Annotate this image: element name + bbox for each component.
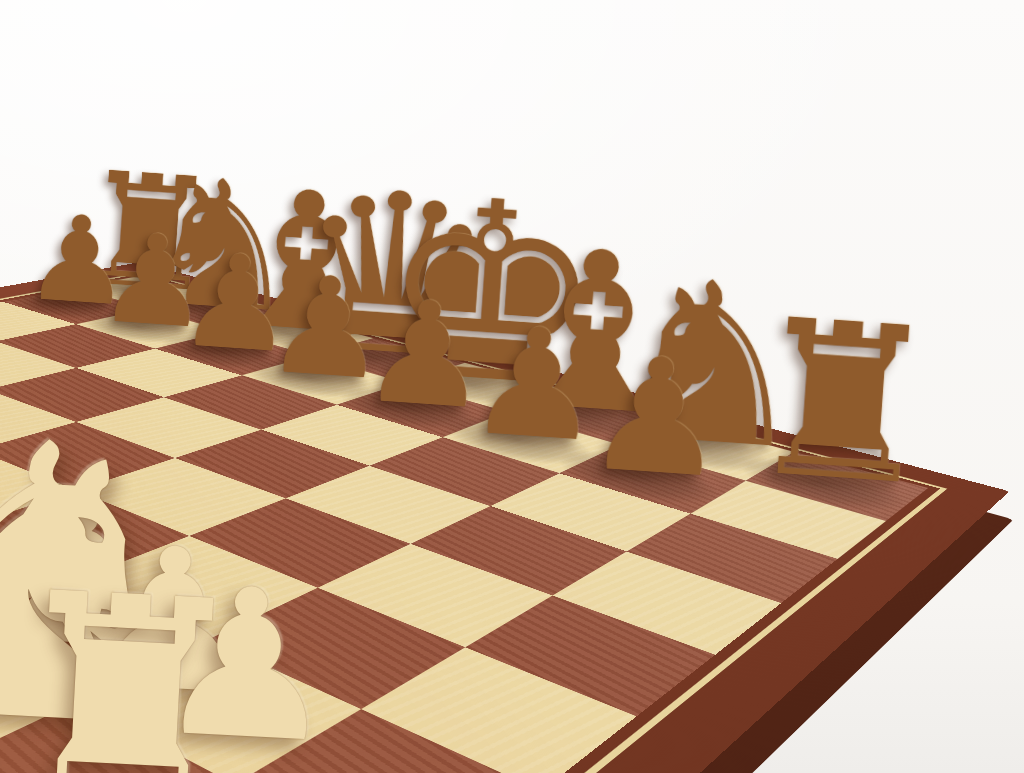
chess-photo-stage: ♜♞♝♛♚♝♞♜♟♟♟♟♟♟♟ ♟♞♟♟♜ (0, 0, 1024, 773)
square-g3 (208, 588, 465, 709)
square-h8: ♜ (746, 452, 928, 521)
